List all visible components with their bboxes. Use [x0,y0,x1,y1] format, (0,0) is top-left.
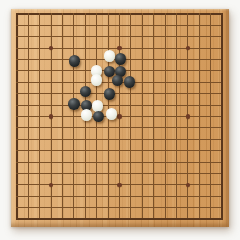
black-stone [104,88,115,99]
grid-line-vertical [221,13,223,220]
grid-line-horizontal [16,127,223,128]
app-background [0,0,240,240]
white-stone [106,108,117,119]
grid-line-vertical [176,13,177,220]
grid-line-vertical [165,13,166,220]
black-stone [124,76,135,87]
board-grid [17,14,223,220]
black-stone [69,55,80,66]
star-point [186,114,191,119]
black-stone [115,53,126,64]
black-stone [93,111,104,122]
black-stone [80,86,91,97]
grid-line-horizontal [16,207,223,208]
grid-line-horizontal [16,150,223,151]
star-point [49,183,54,188]
white-stone [81,109,92,120]
grid-line-horizontal [16,139,223,140]
grid-line-vertical [210,13,211,220]
grid-line-vertical [142,13,143,220]
star-point [186,46,191,51]
grid-line-horizontal [16,162,223,163]
go-board[interactable] [11,9,229,227]
white-stone [104,50,115,61]
grid-line-horizontal [16,173,223,174]
star-point [117,183,122,188]
grid-line-vertical [130,13,131,220]
white-stone [91,74,102,85]
star-point [186,183,191,188]
grid-line-horizontal [16,218,223,220]
black-stone [68,98,79,109]
black-stone [112,75,123,86]
grid-line-vertical [153,13,154,220]
grid-line-vertical [199,13,200,220]
star-point [49,46,54,51]
star-point [49,114,54,119]
grid-line-horizontal [16,196,223,197]
star-point [117,46,122,51]
star-point [117,114,122,119]
